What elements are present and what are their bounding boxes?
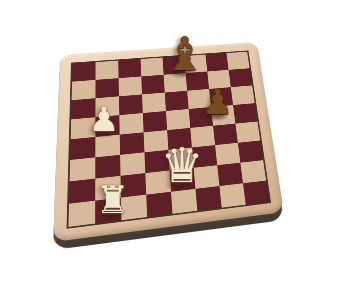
square-b8[interactable] bbox=[96, 61, 119, 80]
square-h1[interactable] bbox=[243, 181, 269, 205]
black-pawn-icon: ♟ bbox=[203, 85, 233, 119]
white-rook-icon: ♜ bbox=[96, 181, 130, 219]
square-d8[interactable] bbox=[141, 58, 164, 77]
square-a7[interactable] bbox=[72, 80, 96, 100]
square-g1[interactable] bbox=[219, 183, 245, 207]
square-h3[interactable] bbox=[238, 140, 263, 162]
square-a2[interactable] bbox=[69, 179, 95, 204]
piece-white-queen-e3[interactable]: ♛ bbox=[160, 141, 203, 189]
square-c6[interactable] bbox=[119, 94, 143, 115]
white-queen-icon: ♛ bbox=[160, 141, 203, 189]
square-a4[interactable] bbox=[70, 137, 95, 160]
white-pawn-icon: ♟ bbox=[89, 102, 119, 136]
piece-white-pawn-b6[interactable]: ♟ bbox=[89, 102, 119, 136]
square-c5[interactable] bbox=[119, 113, 143, 135]
square-b7[interactable] bbox=[95, 78, 118, 98]
square-a1[interactable] bbox=[68, 201, 95, 227]
piece-black-bishop-f8[interactable]: ♝ bbox=[164, 31, 205, 77]
square-g4[interactable] bbox=[213, 124, 238, 146]
square-d1[interactable] bbox=[146, 192, 172, 217]
square-c3[interactable] bbox=[120, 152, 145, 175]
pieces-layer: ♝♟♟♛♜ bbox=[0, 0, 341, 300]
square-d5[interactable] bbox=[143, 111, 167, 132]
scene: ♝♟♟♛♜ bbox=[0, 0, 341, 300]
square-g3[interactable] bbox=[215, 143, 240, 165]
piece-black-pawn-g6[interactable]: ♟ bbox=[203, 85, 233, 119]
square-g2[interactable] bbox=[217, 163, 243, 186]
black-bishop-icon: ♝ bbox=[164, 31, 205, 77]
square-h4[interactable] bbox=[235, 122, 260, 143]
square-g8[interactable] bbox=[205, 53, 228, 71]
square-d6[interactable] bbox=[142, 93, 166, 113]
square-e6[interactable] bbox=[165, 91, 189, 111]
square-h5[interactable] bbox=[233, 103, 257, 123]
piece-white-rook-b1[interactable]: ♜ bbox=[96, 181, 130, 219]
square-c8[interactable] bbox=[118, 59, 141, 78]
square-a8[interactable] bbox=[72, 62, 95, 81]
square-b3[interactable] bbox=[95, 155, 120, 179]
square-h2[interactable] bbox=[240, 160, 266, 183]
square-h6[interactable] bbox=[231, 85, 255, 105]
square-a3[interactable] bbox=[70, 157, 96, 181]
square-e5[interactable] bbox=[166, 109, 190, 130]
square-d7[interactable] bbox=[141, 75, 164, 95]
square-c4[interactable] bbox=[120, 132, 145, 154]
square-c7[interactable] bbox=[119, 76, 142, 96]
square-h8[interactable] bbox=[226, 52, 249, 70]
